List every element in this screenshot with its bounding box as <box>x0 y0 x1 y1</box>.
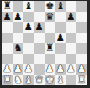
piece-black-queen[interactable]: ♛ <box>45 12 54 22</box>
square-d7[interactable] <box>34 12 45 23</box>
square-d5[interactable] <box>34 33 45 44</box>
square-g4[interactable] <box>66 43 77 54</box>
square-e6[interactable] <box>45 22 56 33</box>
square-b5[interactable] <box>13 33 24 44</box>
square-b7[interactable]: ♟ <box>13 12 24 23</box>
square-d1[interactable]: ♛ <box>34 75 45 86</box>
square-f8[interactable]: ♝ <box>55 1 66 12</box>
square-g3[interactable] <box>66 54 77 65</box>
piece-black-pawn[interactable]: ♟ <box>56 33 65 43</box>
piece-white-pawn[interactable]: ♟ <box>45 64 54 74</box>
square-g7[interactable]: ♟ <box>66 12 77 23</box>
square-h6[interactable] <box>76 22 87 33</box>
square-f6[interactable] <box>55 22 66 33</box>
piece-black-pawn[interactable]: ♟ <box>13 12 22 22</box>
square-f4[interactable] <box>55 43 66 54</box>
square-a8[interactable]: ♜ <box>2 1 13 12</box>
square-e5[interactable] <box>45 33 56 44</box>
piece-black-king[interactable]: ♚ <box>45 1 54 11</box>
square-h8[interactable] <box>76 1 87 12</box>
chess-board-frame: ♜♝♚♝♟♟♛♟♟♟♟♞♜♟♟♟♟♟♟♟♜♞♝♛♚♝♜ <box>0 0 90 88</box>
piece-white-pawn[interactable]: ♟ <box>13 64 22 74</box>
chess-board: ♜♝♚♝♟♟♛♟♟♟♟♞♜♟♟♟♟♟♟♟♜♞♝♛♚♝♜ <box>2 1 87 85</box>
square-h2[interactable]: ♟ <box>76 64 87 75</box>
square-h5[interactable] <box>76 33 87 44</box>
square-a2[interactable]: ♟ <box>2 64 13 75</box>
piece-white-knight[interactable]: ♞ <box>13 75 22 85</box>
square-c6[interactable]: ♟ <box>23 22 34 33</box>
piece-white-bishop[interactable]: ♝ <box>56 75 65 85</box>
square-g2[interactable]: ♟ <box>66 64 77 75</box>
square-g6[interactable] <box>66 22 77 33</box>
square-b3[interactable] <box>13 54 24 65</box>
square-a5[interactable] <box>2 33 13 44</box>
square-h4[interactable] <box>76 43 87 54</box>
square-e4[interactable]: ♜ <box>45 43 56 54</box>
square-g8[interactable] <box>66 1 77 12</box>
square-e3[interactable] <box>45 54 56 65</box>
square-d6[interactable]: ♟ <box>34 22 45 33</box>
square-f5[interactable]: ♟ <box>55 33 66 44</box>
square-a3[interactable] <box>2 54 13 65</box>
piece-white-queen[interactable]: ♛ <box>35 75 44 85</box>
square-f1[interactable]: ♝ <box>55 75 66 86</box>
square-a7[interactable]: ♟ <box>2 12 13 23</box>
square-b1[interactable]: ♞ <box>13 75 24 86</box>
square-b4[interactable]: ♞ <box>13 43 24 54</box>
square-c3[interactable] <box>23 54 34 65</box>
square-a1[interactable]: ♜ <box>2 75 13 86</box>
square-f3[interactable] <box>55 54 66 65</box>
square-d2[interactable] <box>34 64 45 75</box>
square-d8[interactable] <box>34 1 45 12</box>
square-d3[interactable] <box>34 54 45 65</box>
piece-white-pawn[interactable]: ♟ <box>24 64 33 74</box>
piece-white-pawn[interactable]: ♟ <box>77 64 86 74</box>
piece-black-rook[interactable]: ♜ <box>3 1 12 11</box>
square-f7[interactable] <box>55 12 66 23</box>
square-c2[interactable]: ♟ <box>23 64 34 75</box>
square-h7[interactable] <box>76 12 87 23</box>
piece-white-pawn[interactable]: ♟ <box>67 64 76 74</box>
piece-black-pawn[interactable]: ♟ <box>3 12 12 22</box>
piece-white-rook[interactable]: ♜ <box>77 75 86 85</box>
square-b6[interactable] <box>13 22 24 33</box>
square-e1[interactable]: ♚ <box>45 75 56 86</box>
square-b2[interactable]: ♟ <box>13 64 24 75</box>
piece-white-king[interactable]: ♚ <box>45 75 54 85</box>
square-c7[interactable] <box>23 12 34 23</box>
square-g1[interactable] <box>66 75 77 86</box>
piece-black-bishop[interactable]: ♝ <box>56 1 65 11</box>
square-c4[interactable] <box>23 43 34 54</box>
square-a4[interactable] <box>2 43 13 54</box>
square-c8[interactable]: ♝ <box>23 1 34 12</box>
square-d4[interactable] <box>34 43 45 54</box>
square-f2[interactable]: ♟ <box>55 64 66 75</box>
piece-black-knight[interactable]: ♞ <box>13 43 22 53</box>
square-e8[interactable]: ♚ <box>45 1 56 12</box>
piece-black-bishop[interactable]: ♝ <box>24 1 33 11</box>
piece-white-rook[interactable]: ♜ <box>3 75 12 85</box>
square-h1[interactable]: ♜ <box>76 75 87 86</box>
piece-black-pawn[interactable]: ♟ <box>67 12 76 22</box>
piece-white-pawn[interactable]: ♟ <box>3 64 12 74</box>
square-g5[interactable] <box>66 33 77 44</box>
square-h3[interactable] <box>76 54 87 65</box>
piece-black-pawn[interactable]: ♟ <box>35 22 44 32</box>
piece-white-pawn[interactable]: ♟ <box>56 64 65 74</box>
piece-black-pawn[interactable]: ♟ <box>24 22 33 32</box>
square-e2[interactable]: ♟ <box>45 64 56 75</box>
square-c1[interactable]: ♝ <box>23 75 34 86</box>
piece-black-rook[interactable]: ♜ <box>45 43 54 53</box>
piece-white-bishop[interactable]: ♝ <box>24 75 33 85</box>
square-e7[interactable]: ♛ <box>45 12 56 23</box>
square-a6[interactable] <box>2 22 13 33</box>
square-c5[interactable] <box>23 33 34 44</box>
square-b8[interactable] <box>13 1 24 12</box>
